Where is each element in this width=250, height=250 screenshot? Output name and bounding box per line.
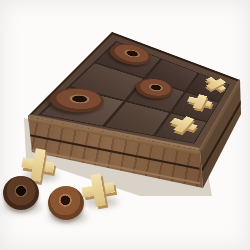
- piece-o[interactable]: [48, 186, 84, 220]
- piece-o[interactable]: [3, 176, 39, 210]
- piece-o[interactable]: [103, 40, 156, 70]
- piece-x[interactable]: [79, 171, 116, 208]
- loose-slot-4: [79, 171, 116, 208]
- loose-slot-2: [3, 176, 39, 210]
- product-photo-scene: [0, 0, 250, 250]
- loose-slot-3: [48, 186, 84, 220]
